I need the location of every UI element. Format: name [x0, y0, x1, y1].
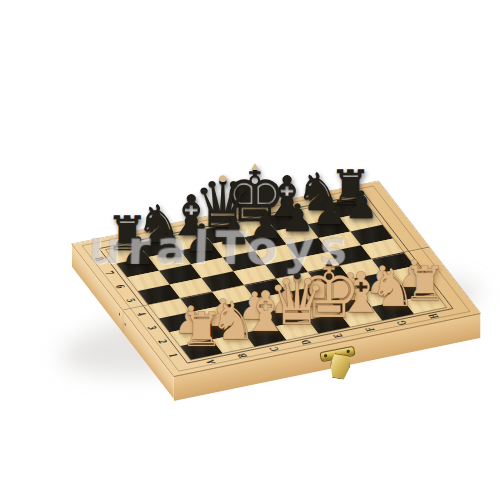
- rank-label-4: 4: [134, 311, 149, 318]
- rank-label-1: 1: [165, 352, 180, 359]
- rank-label-6: 6: [112, 283, 127, 290]
- watermark: uralToys: [87, 220, 353, 274]
- clasp-screw: [324, 355, 327, 358]
- black-queen-finial: ●: [219, 174, 227, 183]
- file-label-B: B: [235, 352, 250, 359]
- black-king-finial: ▲: [251, 162, 258, 171]
- file-label-H: H: [427, 313, 442, 320]
- file-label-A: A: [204, 358, 219, 365]
- file-label-D: D: [299, 339, 314, 346]
- file-label-E: E: [331, 332, 346, 339]
- file-label-C: C: [267, 345, 282, 352]
- hinge-screw: [125, 322, 126, 327]
- file-label-F: F: [363, 326, 378, 333]
- file-label-G: G: [395, 319, 410, 326]
- hinge-screw: [119, 312, 120, 317]
- brass-clasp: [318, 347, 360, 383]
- rank-label-3: 3: [144, 324, 159, 331]
- rank-label-5: 5: [123, 297, 138, 304]
- rank-label-2: 2: [155, 338, 170, 345]
- clasp-screw: [347, 350, 350, 353]
